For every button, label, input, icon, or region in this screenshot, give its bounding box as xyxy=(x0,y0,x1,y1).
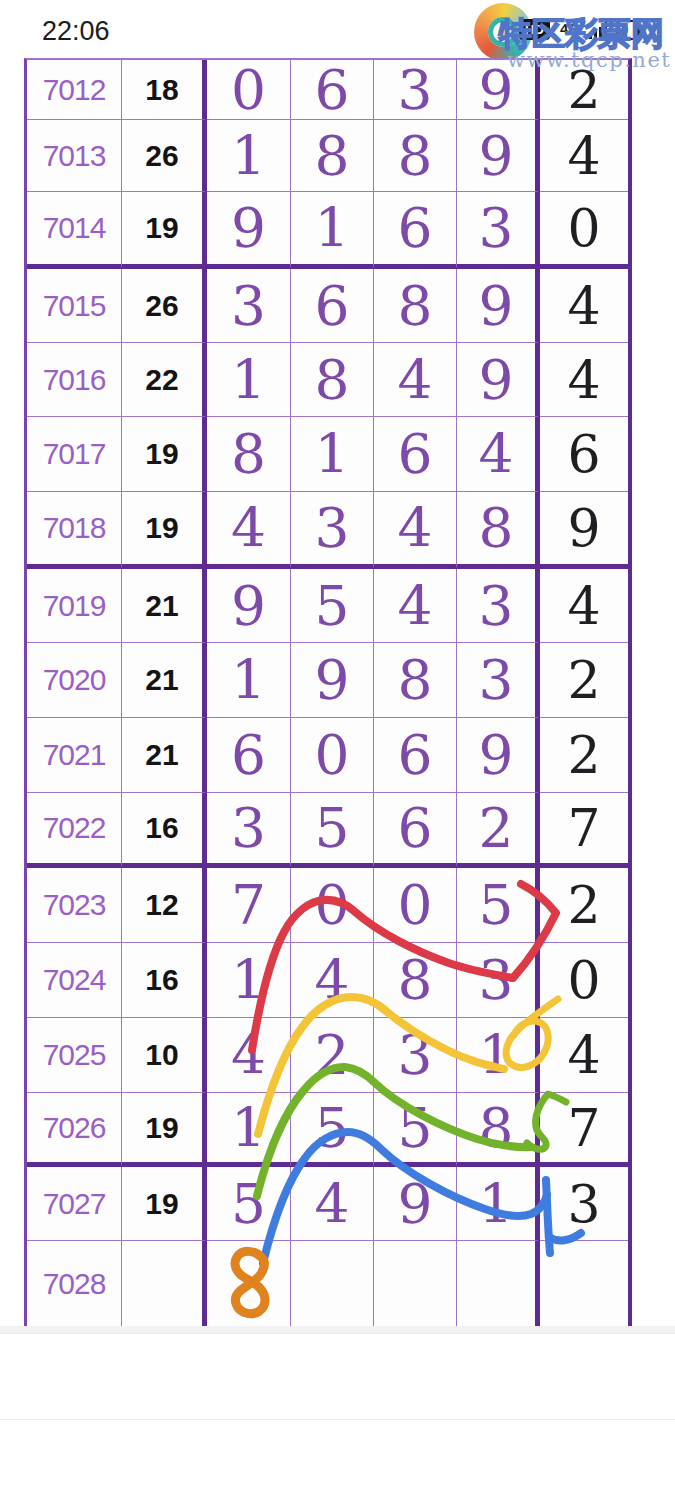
issue-cell: 7019 xyxy=(27,569,122,643)
issue-cell: 7018 xyxy=(27,492,122,569)
digit-cell: 4 xyxy=(207,1018,291,1093)
digit-cell: 2 xyxy=(291,1018,374,1093)
digit-cell: 4 xyxy=(291,1167,374,1241)
digit-cell: 4 xyxy=(291,943,374,1018)
issue-cell: 7027 xyxy=(27,1167,122,1241)
digit-cell: 3 xyxy=(374,1018,457,1093)
sum-cell: 21 xyxy=(122,718,207,793)
issue-cell: 7015 xyxy=(27,269,122,343)
digit-cell: 0 xyxy=(291,868,374,943)
issue-cell: 7028 xyxy=(27,1241,122,1327)
digit-cell: 3 xyxy=(457,569,540,643)
last-digit-cell: 7 xyxy=(540,793,628,868)
last-digit-cell: 2 xyxy=(540,868,628,943)
issue-cell: 7026 xyxy=(27,1093,122,1167)
digit-cell: 6 xyxy=(291,60,374,120)
digit-cell: 5 xyxy=(457,868,540,943)
digit-cell: 3 xyxy=(457,643,540,718)
last-digit-cell xyxy=(540,1241,628,1327)
digit-cell: 8 xyxy=(374,269,457,343)
digit-cell: 6 xyxy=(374,192,457,269)
digit-cell: 4 xyxy=(374,343,457,417)
sum-cell: 16 xyxy=(122,943,207,1018)
status-time: 22:06 xyxy=(42,16,110,47)
digit-cell: 4 xyxy=(207,492,291,569)
comment-bar: 说点什么吧... 31 52 xyxy=(0,1333,675,1419)
last-digit-cell: 0 xyxy=(540,192,628,269)
issue-cell: 7025 xyxy=(27,1018,122,1093)
sum-cell: 12 xyxy=(122,868,207,943)
last-digit-cell: 6 xyxy=(540,417,628,492)
digit-cell: 3 xyxy=(291,492,374,569)
digit-cell: 5 xyxy=(374,1093,457,1167)
app-screen: 22:06 HD 4G 69 特区彩票网 www.tqcp.net 701218… xyxy=(0,0,675,1500)
digit-cell: 1 xyxy=(457,1018,540,1093)
digit-cell: 9 xyxy=(291,643,374,718)
issue-cell: 7012 xyxy=(27,60,122,120)
table-bottom-strip xyxy=(0,1326,675,1333)
digit-cell: 6 xyxy=(374,718,457,793)
sum-cell: 10 xyxy=(122,1018,207,1093)
digit-cell: 8 xyxy=(374,943,457,1018)
digit-cell: 3 xyxy=(207,793,291,868)
digit-cell: 0 xyxy=(207,60,291,120)
digit-cell: 7 xyxy=(207,868,291,943)
issue-cell: 7020 xyxy=(27,643,122,718)
sum-cell: 19 xyxy=(122,1167,207,1241)
last-digit-cell: 4 xyxy=(540,343,628,417)
digit-cell: 8 xyxy=(457,1093,540,1167)
digit-cell: 6 xyxy=(374,417,457,492)
digit-cell: 5 xyxy=(291,793,374,868)
digit-cell: 8 xyxy=(374,643,457,718)
last-digit-cell: 2 xyxy=(540,643,628,718)
last-digit-cell: 0 xyxy=(540,943,628,1018)
issue-cell: 7014 xyxy=(27,192,122,269)
issue-cell: 7022 xyxy=(27,793,122,868)
last-digit-cell: 4 xyxy=(540,269,628,343)
digit-cell: 1 xyxy=(291,417,374,492)
digit-cell: 1 xyxy=(291,192,374,269)
digit-cell: 6 xyxy=(291,269,374,343)
digit-cell: 5 xyxy=(291,569,374,643)
last-digit-cell: 7 xyxy=(540,1093,628,1167)
sum-cell: 26 xyxy=(122,120,207,192)
digit-cell: 8 xyxy=(207,417,291,492)
digit-cell: 9 xyxy=(457,343,540,417)
sum-cell: 16 xyxy=(122,793,207,868)
digit-cell: 3 xyxy=(457,192,540,269)
sum-cell: 22 xyxy=(122,343,207,417)
digit-cell: 3 xyxy=(207,269,291,343)
digit-cell: 8 xyxy=(291,343,374,417)
sum-cell xyxy=(122,1241,207,1327)
last-digit-cell: 9 xyxy=(540,492,628,569)
digit-cell: 1 xyxy=(207,343,291,417)
sum-cell: 21 xyxy=(122,569,207,643)
digit-cell: 8 xyxy=(291,120,374,192)
digit-cell: 0 xyxy=(374,868,457,943)
digit-cell: 4 xyxy=(374,569,457,643)
sum-cell: 19 xyxy=(122,1093,207,1167)
digit-cell: 9 xyxy=(374,1167,457,1241)
watermark-site-url: www.tqcp.net xyxy=(507,48,671,72)
digit-cell xyxy=(457,1241,540,1327)
last-digit-cell: 4 xyxy=(540,569,628,643)
sum-cell: 21 xyxy=(122,643,207,718)
issue-cell: 7021 xyxy=(27,718,122,793)
digit-cell: 6 xyxy=(374,793,457,868)
bottom-nav: 4 1 du xyxy=(0,1419,675,1500)
digit-cell: 2 xyxy=(457,793,540,868)
digit-cell: 1 xyxy=(457,1167,540,1241)
digit-cell: 8 xyxy=(374,120,457,192)
digit-cell: 4 xyxy=(374,492,457,569)
digit-cell: 9 xyxy=(457,269,540,343)
issue-cell: 7016 xyxy=(27,343,122,417)
last-digit-cell: 4 xyxy=(540,1018,628,1093)
digit-cell: 9 xyxy=(457,120,540,192)
digit-cell: 1 xyxy=(207,120,291,192)
digit-cell: 1 xyxy=(207,1093,291,1167)
digit-cell: 1 xyxy=(207,943,291,1018)
digit-cell: 9 xyxy=(207,192,291,269)
last-digit-cell: 2 xyxy=(540,718,628,793)
trend-table: 7012180639270132618894701419916307015263… xyxy=(24,58,632,1327)
issue-cell: 7023 xyxy=(27,868,122,943)
digit-cell: 5 xyxy=(207,1167,291,1241)
digit-cell: 0 xyxy=(291,718,374,793)
digit-cell: 9 xyxy=(457,718,540,793)
last-digit-cell: 3 xyxy=(540,1167,628,1241)
digit-cell: 3 xyxy=(457,943,540,1018)
sum-cell: 19 xyxy=(122,492,207,569)
digit-cell: 5 xyxy=(291,1093,374,1167)
sum-cell: 26 xyxy=(122,269,207,343)
digit-cell xyxy=(207,1241,291,1327)
issue-cell: 7024 xyxy=(27,943,122,1018)
digit-cell xyxy=(291,1241,374,1327)
sum-cell: 19 xyxy=(122,417,207,492)
digit-cell xyxy=(374,1241,457,1327)
issue-cell: 7017 xyxy=(27,417,122,492)
sum-cell: 18 xyxy=(122,60,207,120)
digit-cell: 9 xyxy=(207,569,291,643)
digit-cell: 6 xyxy=(207,718,291,793)
issue-cell: 7013 xyxy=(27,120,122,192)
digit-cell: 3 xyxy=(374,60,457,120)
digit-cell: 8 xyxy=(457,492,540,569)
digit-cell: 1 xyxy=(207,643,291,718)
digit-cell: 4 xyxy=(457,417,540,492)
sum-cell: 19 xyxy=(122,192,207,269)
last-digit-cell: 4 xyxy=(540,120,628,192)
